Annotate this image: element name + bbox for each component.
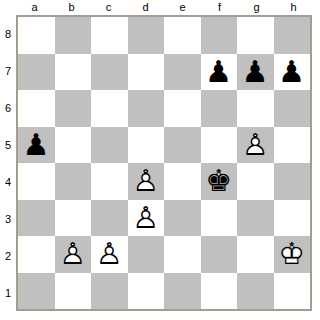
rank-labels: 87654321 [0, 15, 16, 311]
square-f3[interactable] [201, 200, 238, 237]
square-a6[interactable] [18, 90, 55, 127]
file-label-a: a [16, 0, 53, 15]
file-label-h: h [275, 0, 312, 15]
black-pawn[interactable]: ♟ [237, 54, 274, 91]
rank-label-2: 2 [0, 237, 16, 274]
square-b1[interactable] [55, 273, 92, 310]
square-b5[interactable] [55, 127, 92, 164]
square-d1[interactable] [128, 273, 165, 310]
square-b2[interactable]: ♟♙ [55, 236, 92, 273]
square-f4[interactable]: ♚ [201, 163, 238, 200]
square-g8[interactable] [237, 17, 274, 54]
square-f1[interactable] [201, 273, 238, 310]
square-a3[interactable] [18, 200, 55, 237]
rank-label-8: 8 [0, 15, 16, 52]
rank-label-7: 7 [0, 52, 16, 89]
black-pawn[interactable]: ♟ [274, 54, 311, 91]
square-e5[interactable] [164, 127, 201, 164]
white-pawn[interactable]: ♟♙ [55, 236, 92, 273]
square-c7[interactable] [91, 54, 128, 91]
square-h2[interactable]: ♚♔ [274, 236, 311, 273]
rank-label-1: 1 [0, 274, 16, 311]
file-label-c: c [90, 0, 127, 15]
square-g4[interactable] [237, 163, 274, 200]
square-a4[interactable] [18, 163, 55, 200]
white-pawn[interactable]: ♟♙ [128, 163, 165, 200]
square-c1[interactable] [91, 273, 128, 310]
square-a7[interactable] [18, 54, 55, 91]
white-king-outline: ♔ [278, 239, 305, 269]
square-a5[interactable]: ♟ [18, 127, 55, 164]
square-f8[interactable] [201, 17, 238, 54]
white-pawn[interactable]: ♟♙ [91, 236, 128, 273]
square-d4[interactable]: ♟♙ [128, 163, 165, 200]
square-h5[interactable] [274, 127, 311, 164]
square-b7[interactable] [55, 54, 92, 91]
square-g7[interactable]: ♟ [237, 54, 274, 91]
square-d8[interactable] [128, 17, 165, 54]
square-c2[interactable]: ♟♙ [91, 236, 128, 273]
white-king[interactable]: ♚♔ [274, 236, 311, 273]
file-label-g: g [238, 0, 275, 15]
rank-label-3: 3 [0, 200, 16, 237]
square-e3[interactable] [164, 200, 201, 237]
square-f7[interactable]: ♟ [201, 54, 238, 91]
square-c8[interactable] [91, 17, 128, 54]
square-b4[interactable] [55, 163, 92, 200]
square-h1[interactable] [274, 273, 311, 310]
square-h8[interactable] [274, 17, 311, 54]
black-king[interactable]: ♚ [201, 163, 238, 200]
square-c4[interactable] [91, 163, 128, 200]
square-e2[interactable] [164, 236, 201, 273]
square-a8[interactable] [18, 17, 55, 54]
white-pawn-outline: ♙ [242, 130, 269, 160]
square-b6[interactable] [55, 90, 92, 127]
white-pawn-outline: ♙ [132, 166, 159, 196]
black-pawn[interactable]: ♟ [201, 54, 238, 91]
square-d3[interactable]: ♟♙ [128, 200, 165, 237]
square-h3[interactable] [274, 200, 311, 237]
file-labels: abcdefgh [16, 0, 312, 15]
white-pawn[interactable]: ♟♙ [128, 200, 165, 237]
square-g6[interactable] [237, 90, 274, 127]
square-g3[interactable] [237, 200, 274, 237]
square-a2[interactable] [18, 236, 55, 273]
square-g1[interactable] [237, 273, 274, 310]
chess-diagram: abcdefgh 87654321 ♟♟♟♟♟♙♟♙♚♟♙♟♙♟♙♚♔ [0, 0, 320, 320]
square-e8[interactable] [164, 17, 201, 54]
square-d6[interactable] [128, 90, 165, 127]
square-c5[interactable] [91, 127, 128, 164]
black-pawn[interactable]: ♟ [18, 127, 55, 164]
rank-label-4: 4 [0, 163, 16, 200]
square-b8[interactable] [55, 17, 92, 54]
white-pawn-outline: ♙ [96, 239, 123, 269]
square-h7[interactable]: ♟ [274, 54, 311, 91]
rank-label-6: 6 [0, 89, 16, 126]
square-e6[interactable] [164, 90, 201, 127]
square-c6[interactable] [91, 90, 128, 127]
square-b3[interactable] [55, 200, 92, 237]
white-pawn-outline: ♙ [132, 203, 159, 233]
square-d5[interactable] [128, 127, 165, 164]
square-f5[interactable] [201, 127, 238, 164]
square-f6[interactable] [201, 90, 238, 127]
file-label-f: f [201, 0, 238, 15]
square-e1[interactable] [164, 273, 201, 310]
white-pawn-outline: ♙ [59, 239, 86, 269]
white-pawn[interactable]: ♟♙ [237, 127, 274, 164]
square-f2[interactable] [201, 236, 238, 273]
chess-board: ♟♟♟♟♟♙♟♙♚♟♙♟♙♟♙♚♔ [16, 15, 312, 311]
file-label-e: e [164, 0, 201, 15]
square-g5[interactable]: ♟♙ [237, 127, 274, 164]
square-d7[interactable] [128, 54, 165, 91]
file-label-d: d [127, 0, 164, 15]
square-g2[interactable] [237, 236, 274, 273]
square-e7[interactable] [164, 54, 201, 91]
square-c3[interactable] [91, 200, 128, 237]
square-a1[interactable] [18, 273, 55, 310]
square-e4[interactable] [164, 163, 201, 200]
file-label-b: b [53, 0, 90, 15]
square-d2[interactable] [128, 236, 165, 273]
square-h4[interactable] [274, 163, 311, 200]
rank-label-5: 5 [0, 126, 16, 163]
square-h6[interactable] [274, 90, 311, 127]
